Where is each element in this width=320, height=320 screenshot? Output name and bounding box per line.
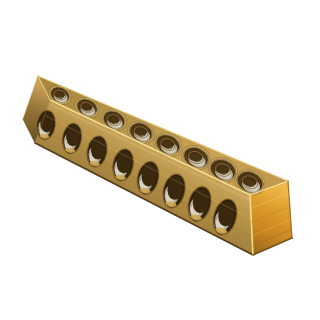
- photo-canvas: [0, 0, 320, 320]
- brass-terminal-block-photo: [0, 0, 320, 320]
